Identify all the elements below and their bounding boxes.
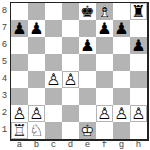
rank-label-6: 6 [0,37,9,54]
white-piece-outline: ♙ [29,105,43,122]
white-piece-outline: ♙ [46,71,60,88]
square-b8[interactable] [28,3,45,20]
square-f4[interactable] [96,71,113,88]
file-label-b: b [28,140,45,150]
piece-white-pawn: ♟♙ [45,71,62,88]
piece-black-pawn: ♟ [113,20,130,37]
square-a1[interactable]: ♜♖ [11,122,28,139]
square-d7[interactable] [62,20,79,37]
piece-white-pawn: ♟♙ [113,105,130,122]
white-piece-outline: ♙ [97,105,111,122]
square-h3[interactable] [130,88,147,105]
rank-label-5: 5 [0,54,9,71]
piece-white-pawn: ♟♙ [11,105,28,122]
square-g5[interactable] [113,54,130,71]
rank-label-7: 7 [0,20,9,37]
square-h4[interactable] [130,71,147,88]
square-h2[interactable]: ♟♙ [130,105,147,122]
black-piece-glyph: ♜ [131,3,145,20]
square-d5[interactable] [62,54,79,71]
white-piece-outline: ♙ [63,71,77,88]
square-c4[interactable]: ♟♙ [45,71,62,88]
rank-labels: 87654321 [0,3,9,139]
square-f7[interactable]: ♟ [96,20,113,37]
square-c7[interactable] [45,20,62,37]
square-a2[interactable]: ♟♙ [11,105,28,122]
square-a3[interactable] [11,88,28,105]
square-c8[interactable] [45,3,62,20]
square-g7[interactable]: ♟ [113,20,130,37]
square-g8[interactable] [113,3,130,20]
piece-white-knight: ♞♘ [28,122,45,139]
black-piece-glyph: ♚ [80,3,94,20]
square-b7[interactable]: ♟ [28,20,45,37]
square-h1[interactable] [130,122,147,139]
square-e7[interactable] [79,20,96,37]
square-f5[interactable] [96,54,113,71]
piece-white-bishop: ♝♗ [96,3,113,20]
square-b3[interactable] [28,88,45,105]
square-h7[interactable] [130,20,147,37]
piece-white-pawn: ♟♙ [130,105,147,122]
square-c2[interactable] [45,105,62,122]
white-piece-outline: ♔ [80,122,94,139]
square-f2[interactable]: ♟♙ [96,105,113,122]
rank-label-3: 3 [0,88,9,105]
square-a6[interactable] [11,37,28,54]
file-labels: abcdefgh [11,140,147,150]
square-b5[interactable] [28,54,45,71]
square-f3[interactable] [96,88,113,105]
square-c5[interactable] [45,54,62,71]
rank-label-2: 2 [0,105,9,122]
file-label-a: a [11,140,28,150]
square-g2[interactable]: ♟♙ [113,105,130,122]
square-d2[interactable] [62,105,79,122]
square-a7[interactable]: ♟ [11,20,28,37]
square-b6[interactable] [28,37,45,54]
piece-black-rook: ♜ [130,3,147,20]
square-h6[interactable]: ♟ [130,37,147,54]
black-piece-glyph: ♟ [80,37,94,54]
black-piece-glyph: ♟ [12,20,26,37]
square-d1[interactable] [62,122,79,139]
piece-black-pawn: ♟ [28,20,45,37]
square-g6[interactable] [113,37,130,54]
piece-black-pawn: ♟ [79,37,96,54]
piece-white-pawn: ♟♙ [96,105,113,122]
chess-board: ♚♝♗♜♟♟♟♟♟♟♟♙♟♙♟♙♟♙♟♙♟♙♟♙♜♖♞♘♚♔ [10,2,149,141]
square-a4[interactable] [11,71,28,88]
piece-black-pawn: ♟ [130,37,147,54]
square-d3[interactable] [62,88,79,105]
file-label-e: e [79,140,96,150]
file-label-d: d [62,140,79,150]
piece-white-pawn: ♟♙ [28,105,45,122]
piece-black-pawn: ♟ [11,20,28,37]
white-piece-outline: ♘ [29,122,43,139]
square-a5[interactable] [11,54,28,71]
square-h8[interactable]: ♜ [130,3,147,20]
piece-white-pawn: ♟♙ [62,71,79,88]
black-piece-glyph: ♟ [131,37,145,54]
square-d8[interactable] [62,3,79,20]
square-g1[interactable] [113,122,130,139]
square-e4[interactable] [79,71,96,88]
square-g3[interactable] [113,88,130,105]
square-d6[interactable] [62,37,79,54]
black-piece-glyph: ♟ [97,20,111,37]
square-e8[interactable]: ♚ [79,3,96,20]
square-a8[interactable] [11,3,28,20]
piece-white-rook: ♜♖ [11,122,28,139]
piece-black-pawn: ♟ [96,20,113,37]
white-piece-outline: ♖ [12,122,26,139]
black-piece-glyph: ♟ [29,20,43,37]
square-b4[interactable] [28,71,45,88]
chess-diagram: 87654321 ♚♝♗♜♟♟♟♟♟♟♟♙♟♙♟♙♟♙♟♙♟♙♟♙♜♖♞♘♚♔ … [0,0,150,150]
piece-black-king: ♚ [79,3,96,20]
square-f8[interactable]: ♝♗ [96,3,113,20]
rank-label-1: 1 [0,122,9,139]
rank-label-8: 8 [0,3,9,20]
file-label-c: c [45,140,62,150]
white-piece-outline: ♙ [12,105,26,122]
white-piece-outline: ♗ [97,3,111,20]
file-label-f: f [96,140,113,150]
square-f6[interactable] [96,37,113,54]
file-label-g: g [113,140,130,150]
white-piece-outline: ♙ [131,105,145,122]
square-e5[interactable] [79,54,96,71]
square-e2[interactable] [79,105,96,122]
square-h5[interactable] [130,54,147,71]
white-piece-outline: ♙ [114,105,128,122]
rank-label-4: 4 [0,71,9,88]
square-g4[interactable] [113,71,130,88]
square-c1[interactable] [45,122,62,139]
piece-white-king: ♚♔ [79,122,96,139]
square-e6[interactable]: ♟ [79,37,96,54]
square-b1[interactable]: ♞♘ [28,122,45,139]
square-f1[interactable] [96,122,113,139]
square-b2[interactable]: ♟♙ [28,105,45,122]
file-label-h: h [130,140,147,150]
square-c6[interactable] [45,37,62,54]
square-e3[interactable] [79,88,96,105]
black-piece-glyph: ♟ [114,20,128,37]
square-d4[interactable]: ♟♙ [62,71,79,88]
square-c3[interactable] [45,88,62,105]
square-e1[interactable]: ♚♔ [79,122,96,139]
